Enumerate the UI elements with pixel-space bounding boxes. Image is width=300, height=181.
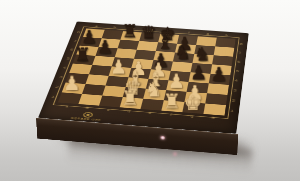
piece-white-pawn-f3: ♟	[168, 71, 186, 91]
piece-white-knight-e2: ♞	[145, 80, 163, 100]
piece-black-rook-a5: ♜	[74, 45, 91, 64]
piece-cell-h1	[203, 104, 226, 116]
pieces-layer: ♜♛♚♟♝♟♟♞♞♜♟♟♟♟♟♟♝♝♟♟♛♞♟♜♜♚	[58, 29, 236, 116]
piece-black-knight-f6: ♞	[174, 44, 191, 63]
piece-black-queen-d8: ♛	[141, 24, 157, 42]
piece-white-pawn-a2: ♟	[63, 74, 81, 94]
piece-cell-h4: ♟	[209, 74, 231, 85]
piece-black-pawn-g4: ♟	[190, 63, 207, 82]
piece-white-rook-f1: ♜	[163, 91, 181, 111]
piece-black-pawn-h4: ♟	[210, 65, 227, 84]
piece-cell-d1: ♜	[120, 97, 144, 109]
piece-cell-g1: ♚	[182, 102, 205, 114]
piece-white-rook-d1: ♜	[121, 88, 139, 108]
chess-board: 87654321 87654321 abcdefgh abcdefgh SQUA…	[38, 21, 249, 133]
piece-white-pawn-c4: ♟	[110, 57, 127, 76]
piece-black-rook-c8: ♜	[122, 22, 138, 40]
studio-background: 87654321 87654321 abcdefgh abcdefgh SQUA…	[0, 0, 300, 181]
piece-white-king-g1: ♚	[184, 93, 202, 113]
scene: 87654321 87654321 abcdefgh abcdefgh SQUA…	[0, 0, 300, 181]
piece-black-pawn-b6: ♟	[97, 38, 114, 57]
power-led	[160, 136, 164, 140]
